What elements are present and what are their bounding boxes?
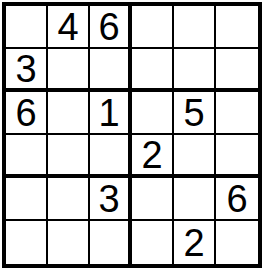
cell-r6c3[interactable] (90, 221, 132, 264)
cell-r3c4[interactable] (132, 92, 174, 135)
cell-r5c6[interactable]: 6 (216, 178, 258, 221)
cell-r5c2[interactable] (48, 178, 90, 221)
cell-r4c6[interactable] (216, 135, 258, 178)
cell-r4c4[interactable]: 2 (132, 135, 174, 178)
cell-r6c6[interactable] (216, 221, 258, 264)
cell-r1c6[interactable] (216, 6, 258, 49)
cell-r5c5[interactable] (174, 178, 216, 221)
cell-r3c1[interactable]: 6 (6, 92, 48, 135)
cell-r4c3[interactable] (90, 135, 132, 178)
cell-r3c2[interactable] (48, 92, 90, 135)
cell-r2c5[interactable] (174, 49, 216, 92)
cell-r5c3[interactable]: 3 (90, 178, 132, 221)
cell-r4c5[interactable] (174, 135, 216, 178)
cell-r1c3[interactable]: 6 (90, 6, 132, 49)
cell-r5c4[interactable] (132, 178, 174, 221)
cell-r6c5[interactable]: 2 (174, 221, 216, 264)
cell-r3c6[interactable] (216, 92, 258, 135)
cell-r5c1[interactable] (6, 178, 48, 221)
sudoku-board: 4636152362 (2, 2, 262, 268)
cell-r2c2[interactable] (48, 49, 90, 92)
cell-r1c5[interactable] (174, 6, 216, 49)
cell-r1c1[interactable] (6, 6, 48, 49)
cell-r1c4[interactable] (132, 6, 174, 49)
cell-r6c1[interactable] (6, 221, 48, 264)
cell-r3c3[interactable]: 1 (90, 92, 132, 135)
cell-r2c4[interactable] (132, 49, 174, 92)
cell-r2c6[interactable] (216, 49, 258, 92)
cell-r2c3[interactable] (90, 49, 132, 92)
cell-r4c1[interactable] (6, 135, 48, 178)
cell-r6c2[interactable] (48, 221, 90, 264)
cell-r3c5[interactable]: 5 (174, 92, 216, 135)
cell-r1c2[interactable]: 4 (48, 6, 90, 49)
cell-r4c2[interactable] (48, 135, 90, 178)
cell-r2c1[interactable]: 3 (6, 49, 48, 92)
cell-r6c4[interactable] (132, 221, 174, 264)
